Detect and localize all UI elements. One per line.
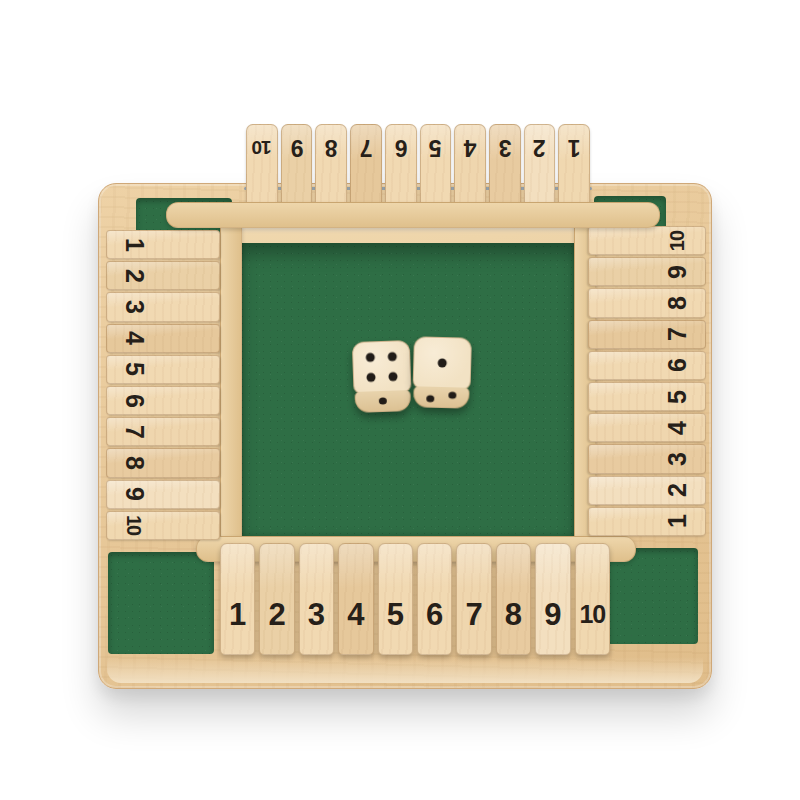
tile-west-1[interactable]: 1 <box>106 230 220 259</box>
tile-north-3[interactable]: 3 <box>489 124 521 212</box>
tile-north-8[interactable]: 8 <box>315 124 347 212</box>
tile-east-10[interactable]: 10 <box>588 226 706 255</box>
tile-east-3[interactable]: 3 <box>588 444 706 473</box>
die-pip <box>366 373 375 382</box>
tile-north-1-number: 1 <box>568 136 581 159</box>
die-pip <box>388 352 397 361</box>
tile-south-5-number: 5 <box>387 599 404 630</box>
tile-west-3[interactable]: 3 <box>106 292 220 321</box>
tile-west-2-number: 2 <box>121 269 146 283</box>
tile-west-3-number: 3 <box>121 300 146 314</box>
tile-west-8[interactable]: 8 <box>106 448 220 477</box>
tile-east-8-number: 8 <box>665 296 690 310</box>
die-right-top-face <box>413 336 472 390</box>
tile-east-1-number: 1 <box>665 514 690 528</box>
tile-north-4[interactable]: 4 <box>454 124 486 212</box>
north-hinge-rail <box>166 202 660 228</box>
tile-north-9-number: 9 <box>290 136 303 159</box>
tile-west-8-number: 8 <box>121 456 146 470</box>
tile-west-5-number: 5 <box>121 362 146 376</box>
tile-west-9[interactable]: 9 <box>106 480 220 509</box>
felt-corner-bottom-left <box>108 552 214 654</box>
tile-north-2[interactable]: 2 <box>524 124 556 212</box>
tile-row-west: 12345678910 <box>106 230 220 540</box>
tile-west-9-number: 9 <box>121 487 146 501</box>
tile-north-6[interactable]: 6 <box>385 124 417 212</box>
tile-north-10-number: 10 <box>252 138 271 157</box>
die-left[interactable] <box>352 340 412 413</box>
tile-east-2-number: 2 <box>665 483 690 497</box>
tile-south-3-number: 3 <box>308 599 325 630</box>
tile-west-6-number: 6 <box>121 394 146 408</box>
tile-north-7[interactable]: 7 <box>350 124 382 212</box>
tile-east-6-number: 6 <box>665 358 690 372</box>
tile-south-3[interactable]: 3 <box>299 543 334 655</box>
tile-west-1-number: 1 <box>121 238 146 252</box>
tile-west-4[interactable]: 4 <box>106 324 220 353</box>
tile-east-1[interactable]: 1 <box>588 507 706 536</box>
tile-west-10-number: 10 <box>124 515 144 535</box>
tile-west-7[interactable]: 7 <box>106 417 220 446</box>
tile-south-9-number: 9 <box>544 599 561 630</box>
tile-west-5[interactable]: 5 <box>106 355 220 384</box>
tile-west-4-number: 4 <box>121 331 146 345</box>
tile-north-5[interactable]: 5 <box>420 124 452 212</box>
tile-south-5[interactable]: 5 <box>378 543 413 655</box>
tile-south-4[interactable]: 4 <box>338 543 373 655</box>
tile-south-7[interactable]: 7 <box>456 543 491 655</box>
tile-north-6-number: 6 <box>394 136 407 159</box>
felt-corner-bottom-right <box>600 548 698 644</box>
tile-south-6-number: 6 <box>426 599 443 630</box>
tile-north-9[interactable]: 9 <box>281 124 313 212</box>
tile-east-9-number: 9 <box>665 265 690 279</box>
tile-north-3-number: 3 <box>498 136 511 159</box>
tile-south-8-number: 8 <box>505 599 522 630</box>
tile-west-10[interactable]: 10 <box>106 511 220 540</box>
tile-south-2[interactable]: 2 <box>259 543 294 655</box>
west-hinge-rail <box>220 214 242 554</box>
tile-south-6[interactable]: 6 <box>417 543 452 655</box>
die-pip <box>438 358 447 367</box>
tile-east-5[interactable]: 5 <box>588 382 706 411</box>
tile-east-7-number: 7 <box>665 327 690 341</box>
tile-north-7-number: 7 <box>360 136 373 159</box>
tile-north-8-number: 8 <box>325 136 338 159</box>
tile-east-4[interactable]: 4 <box>588 413 706 442</box>
die-left-top-face <box>352 340 412 394</box>
tile-west-6[interactable]: 6 <box>106 386 220 415</box>
tile-north-10[interactable]: 10 <box>246 124 278 212</box>
tile-east-2[interactable]: 2 <box>588 476 706 505</box>
die-right-front-face <box>413 386 469 408</box>
tile-row-north: 10987654321 <box>246 124 590 212</box>
tile-north-4-number: 4 <box>464 136 477 159</box>
center-frame <box>222 226 594 558</box>
shut-the-box-photo: 10987654321 12345678910 10987654321 1234… <box>0 0 800 800</box>
tile-east-7[interactable]: 7 <box>588 320 706 349</box>
tile-east-3-number: 3 <box>665 452 690 466</box>
die-pip <box>448 392 456 399</box>
tile-east-8[interactable]: 8 <box>588 288 706 317</box>
tile-west-2[interactable]: 2 <box>106 261 220 290</box>
tile-east-6[interactable]: 6 <box>588 351 706 380</box>
die-pip <box>379 397 387 404</box>
tile-north-5-number: 5 <box>429 136 442 159</box>
tile-south-9[interactable]: 9 <box>535 543 570 655</box>
tile-south-1-number: 1 <box>229 599 246 630</box>
die-pip <box>389 372 398 381</box>
die-pip <box>365 353 374 362</box>
tile-row-south: 12345678910 <box>220 543 610 655</box>
tile-east-5-number: 5 <box>665 390 690 404</box>
tile-east-4-number: 4 <box>665 421 690 435</box>
tile-south-2-number: 2 <box>268 599 285 630</box>
tile-row-east: 10987654321 <box>588 226 706 536</box>
tile-south-4-number: 4 <box>347 599 364 630</box>
die-right[interactable] <box>412 336 472 408</box>
tile-south-1[interactable]: 1 <box>220 543 255 655</box>
tile-south-10-number: 10 <box>579 602 605 627</box>
tile-south-8[interactable]: 8 <box>496 543 531 655</box>
die-pip <box>427 395 435 402</box>
tile-south-7-number: 7 <box>465 599 482 630</box>
tile-east-9[interactable]: 9 <box>588 257 706 286</box>
tile-south-10[interactable]: 10 <box>575 543 610 655</box>
tile-north-2-number: 2 <box>533 136 546 159</box>
tile-west-7-number: 7 <box>121 425 146 439</box>
felt-playing-surface <box>239 243 577 541</box>
tile-east-10-number: 10 <box>667 230 687 250</box>
die-left-front-face <box>355 390 411 413</box>
tile-north-1[interactable]: 1 <box>558 124 590 212</box>
